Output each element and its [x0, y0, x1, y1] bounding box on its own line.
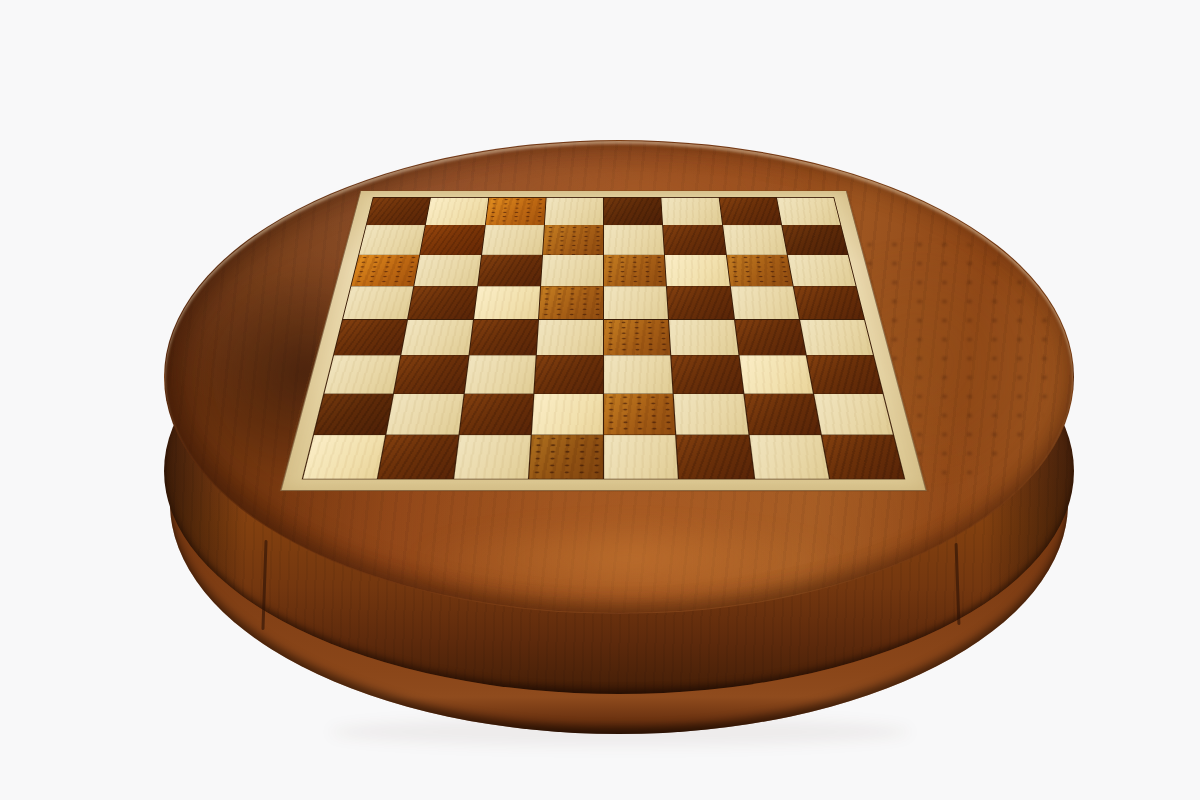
square-h6 [788, 255, 856, 286]
square-c2 [459, 394, 533, 435]
scene [0, 0, 1200, 800]
square-a1 [303, 435, 385, 479]
square-e7 [604, 225, 664, 254]
square-g2 [744, 394, 820, 435]
chessboard [280, 191, 927, 491]
square-f6 [665, 255, 729, 286]
square-e3 [604, 356, 673, 394]
square-c5 [474, 286, 540, 319]
square-b4 [402, 320, 473, 355]
square-c8 [485, 198, 545, 225]
square-e8 [604, 198, 662, 225]
square-a4 [334, 320, 407, 355]
square-a5 [343, 286, 413, 319]
square-b8 [426, 198, 488, 225]
square-c1 [454, 435, 531, 479]
square-a6 [351, 255, 419, 286]
square-e6 [604, 255, 666, 286]
square-d5 [539, 286, 603, 319]
square-f1 [677, 435, 754, 479]
square-h4 [800, 320, 873, 355]
square-f4 [669, 320, 738, 355]
square-f5 [667, 286, 733, 319]
square-e4 [604, 320, 670, 355]
square-c4 [469, 320, 538, 355]
square-h1 [822, 435, 904, 479]
square-h7 [782, 225, 848, 254]
square-b6 [415, 255, 481, 286]
square-f8 [662, 198, 722, 225]
square-b2 [387, 394, 463, 435]
square-g7 [723, 225, 787, 254]
square-c6 [478, 255, 542, 286]
square-d6 [541, 255, 603, 286]
square-h3 [807, 356, 883, 394]
square-f3 [672, 356, 743, 394]
square-c7 [482, 225, 544, 254]
square-d3 [534, 356, 603, 394]
square-d8 [545, 198, 603, 225]
square-d1 [529, 435, 603, 479]
square-g8 [719, 198, 781, 225]
square-e1 [604, 435, 678, 479]
square-a8 [367, 198, 431, 225]
square-d7 [543, 225, 603, 254]
square-g6 [726, 255, 792, 286]
square-g4 [735, 320, 806, 355]
square-c3 [464, 356, 535, 394]
square-e5 [604, 286, 668, 319]
square-a7 [359, 225, 425, 254]
square-f7 [663, 225, 725, 254]
square-h8 [777, 198, 841, 225]
square-b1 [378, 435, 458, 479]
square-g3 [739, 356, 813, 394]
square-d4 [537, 320, 603, 355]
square-g5 [730, 286, 798, 319]
square-b3 [394, 356, 468, 394]
square-g1 [749, 435, 829, 479]
square-e2 [604, 394, 675, 435]
square-h5 [793, 286, 863, 319]
square-b7 [420, 225, 484, 254]
chessboard-frame [280, 191, 927, 491]
wood-grain-overlay [410, 519, 846, 599]
square-f2 [674, 394, 748, 435]
square-d2 [532, 394, 603, 435]
square-b5 [408, 286, 476, 319]
square-h2 [814, 394, 893, 435]
chessboard-grid [302, 197, 906, 479]
square-a3 [324, 356, 400, 394]
square-a2 [314, 394, 393, 435]
